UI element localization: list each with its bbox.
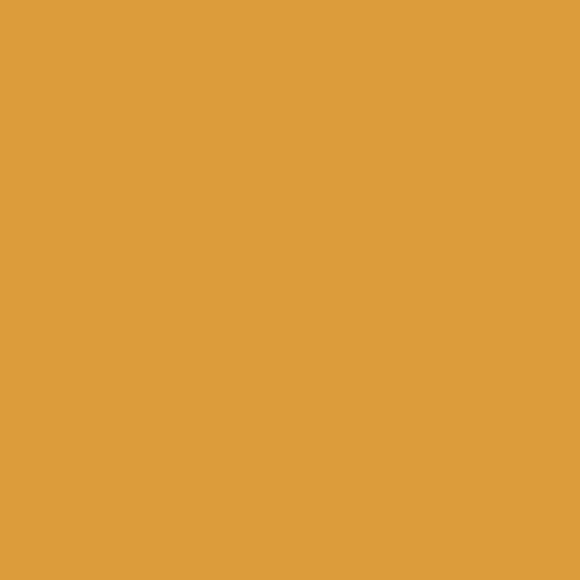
- stone-grid: [24, 24, 556, 556]
- goban: [0, 0, 580, 580]
